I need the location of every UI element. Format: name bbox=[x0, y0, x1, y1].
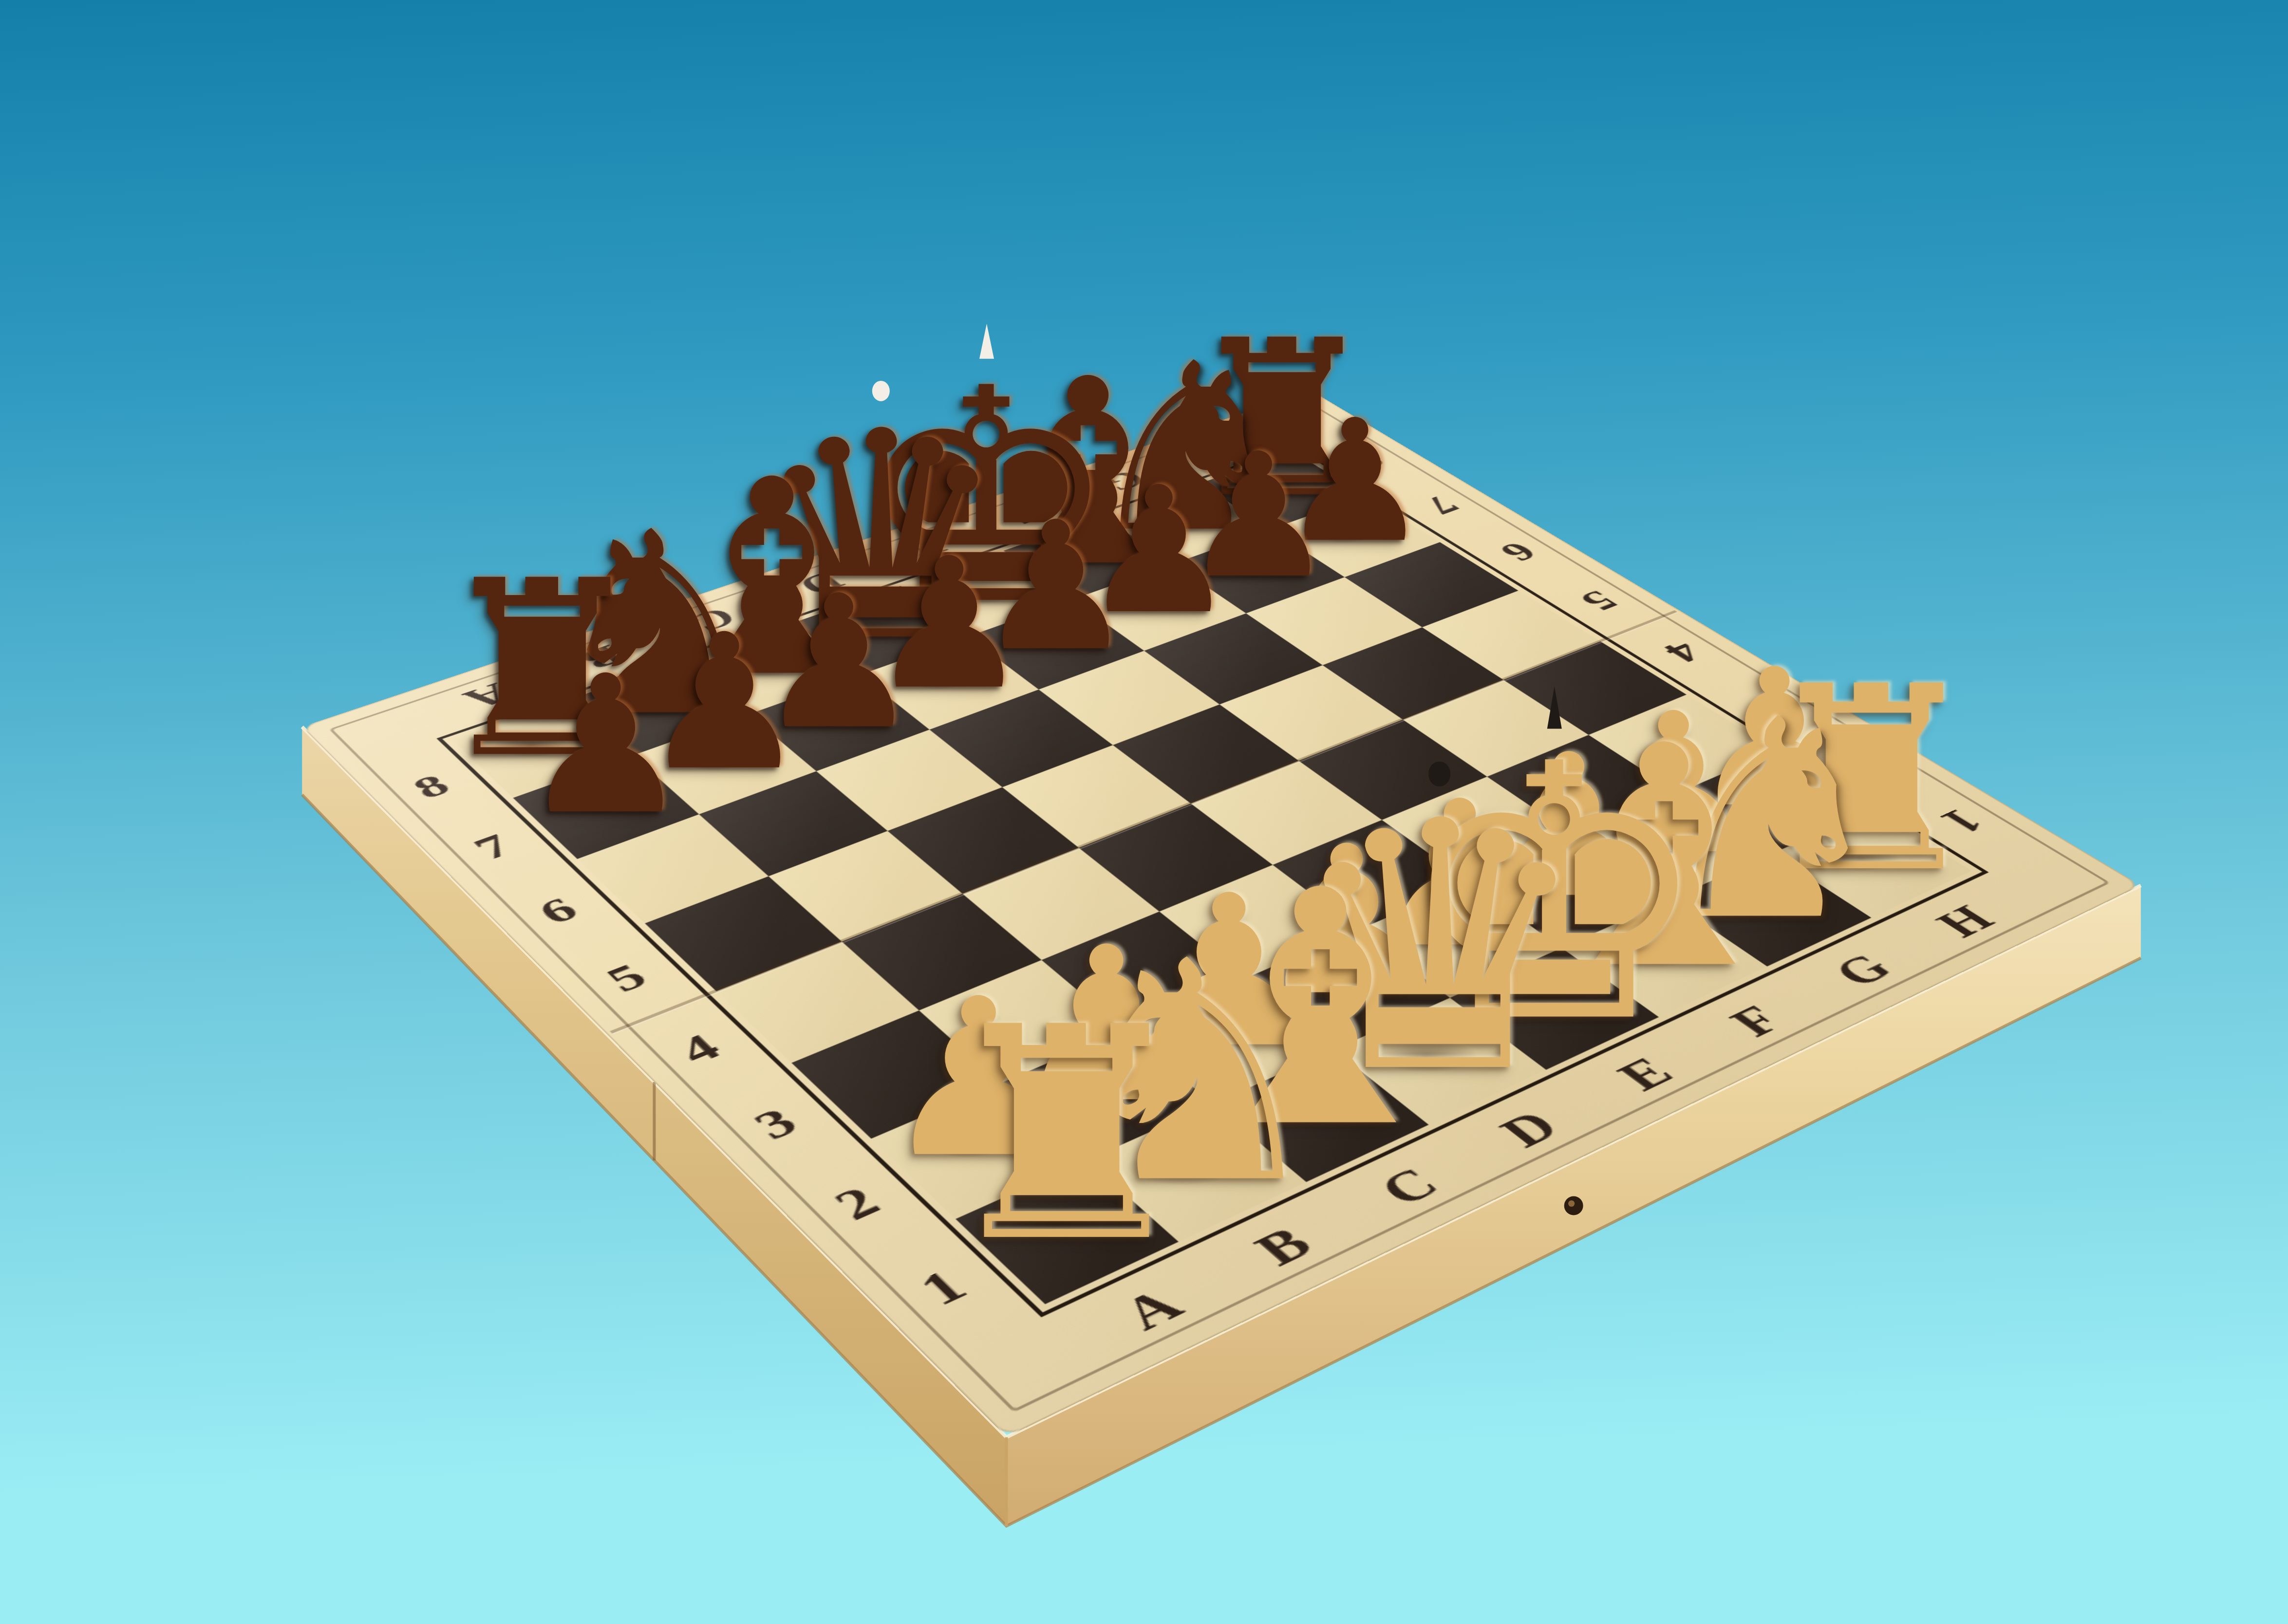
pieces-layer: ♜♞♝♛♚♝♞♜♟♟♟♟♟♟♟♟♟♟♟♟♟♟♟♟♜♞♝♛♚♝♞♜ bbox=[0, 0, 2288, 1624]
pawn-glyph: ♟ bbox=[521, 650, 691, 840]
piece-white-rook: ♜ bbox=[935, 990, 1198, 1231]
piece-black-pawn: ♟ bbox=[521, 650, 691, 806]
photo-stage: AA88BB77CC66DD55EE44FF33GG22HH11 ♜♞♝♛♚♝♞… bbox=[0, 0, 2288, 1624]
rook-glyph: ♜ bbox=[935, 990, 1198, 1283]
